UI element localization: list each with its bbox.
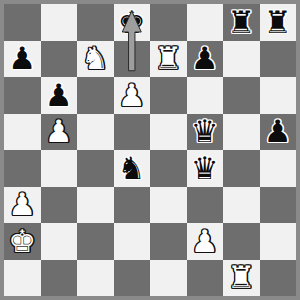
square-h6[interactable] (260, 77, 297, 114)
chess-diagram: ♚♜♜♟♞♜♟♟♟♟♛♟♞♛♟♚♟♜ (0, 0, 300, 300)
square-b5[interactable]: ♟ (41, 114, 78, 151)
piece-white-pawn[interactable]: ♟ (191, 226, 219, 257)
square-e2[interactable] (150, 223, 187, 260)
piece-black-pawn[interactable]: ♟ (8, 43, 36, 74)
square-g3[interactable] (223, 187, 260, 224)
square-f4[interactable]: ♛ (187, 150, 224, 187)
square-d7[interactable] (114, 41, 151, 78)
square-a6[interactable] (4, 77, 41, 114)
square-b8[interactable] (41, 4, 78, 41)
square-d5[interactable] (114, 114, 151, 151)
square-d8[interactable]: ♚ (114, 4, 151, 41)
square-f5[interactable]: ♛ (187, 114, 224, 151)
piece-white-rook[interactable]: ♜ (154, 43, 182, 74)
square-e8[interactable] (150, 4, 187, 41)
piece-black-king[interactable]: ♚ (118, 7, 146, 38)
square-f7[interactable]: ♟ (187, 41, 224, 78)
piece-black-pawn[interactable]: ♟ (45, 80, 73, 111)
square-c1[interactable] (77, 260, 114, 297)
square-a3[interactable]: ♟ (4, 187, 41, 224)
square-f1[interactable] (187, 260, 224, 297)
square-b6[interactable]: ♟ (41, 77, 78, 114)
square-a5[interactable] (4, 114, 41, 151)
square-b4[interactable] (41, 150, 78, 187)
chess-board: ♚♜♜♟♞♜♟♟♟♟♛♟♞♛♟♚♟♜ (4, 4, 296, 296)
square-h7[interactable] (260, 41, 297, 78)
piece-black-rook[interactable]: ♜ (264, 7, 292, 38)
square-g8[interactable]: ♜ (223, 4, 260, 41)
square-c6[interactable] (77, 77, 114, 114)
square-g7[interactable] (223, 41, 260, 78)
square-c8[interactable] (77, 4, 114, 41)
square-e7[interactable]: ♜ (150, 41, 187, 78)
square-b3[interactable] (41, 187, 78, 224)
square-h4[interactable] (260, 150, 297, 187)
square-e1[interactable] (150, 260, 187, 297)
piece-black-queen[interactable]: ♛ (191, 153, 219, 184)
square-a7[interactable]: ♟ (4, 41, 41, 78)
square-e3[interactable] (150, 187, 187, 224)
square-f8[interactable] (187, 4, 224, 41)
square-a8[interactable] (4, 4, 41, 41)
square-g2[interactable] (223, 223, 260, 260)
piece-white-pawn[interactable]: ♟ (118, 80, 146, 111)
piece-black-pawn[interactable]: ♟ (191, 43, 219, 74)
square-d2[interactable] (114, 223, 151, 260)
square-c5[interactable] (77, 114, 114, 151)
square-f6[interactable] (187, 77, 224, 114)
square-h2[interactable] (260, 223, 297, 260)
square-d1[interactable] (114, 260, 151, 297)
square-g5[interactable] (223, 114, 260, 151)
square-c2[interactable] (77, 223, 114, 260)
square-b7[interactable] (41, 41, 78, 78)
square-h3[interactable] (260, 187, 297, 224)
piece-white-king[interactable]: ♚ (8, 226, 36, 257)
square-e4[interactable] (150, 150, 187, 187)
square-a4[interactable] (4, 150, 41, 187)
square-c3[interactable] (77, 187, 114, 224)
square-g4[interactable] (223, 150, 260, 187)
piece-white-pawn[interactable]: ♟ (8, 189, 36, 220)
square-a1[interactable] (4, 260, 41, 297)
piece-black-queen[interactable]: ♛ (191, 116, 219, 147)
square-g1[interactable]: ♜ (223, 260, 260, 297)
square-g6[interactable] (223, 77, 260, 114)
square-e6[interactable] (150, 77, 187, 114)
square-f2[interactable]: ♟ (187, 223, 224, 260)
square-c7[interactable]: ♞ (77, 41, 114, 78)
piece-white-pawn[interactable]: ♟ (45, 116, 73, 147)
square-d3[interactable] (114, 187, 151, 224)
square-d4[interactable]: ♞ (114, 150, 151, 187)
piece-white-knight[interactable]: ♞ (81, 43, 109, 74)
square-f3[interactable] (187, 187, 224, 224)
square-h5[interactable]: ♟ (260, 114, 297, 151)
square-c4[interactable] (77, 150, 114, 187)
piece-black-knight[interactable]: ♞ (118, 153, 146, 184)
square-h8[interactable]: ♜ (260, 4, 297, 41)
square-e5[interactable] (150, 114, 187, 151)
piece-white-rook[interactable]: ♜ (227, 262, 255, 293)
square-b2[interactable] (41, 223, 78, 260)
square-d6[interactable]: ♟ (114, 77, 151, 114)
square-a2[interactable]: ♚ (4, 223, 41, 260)
square-b1[interactable] (41, 260, 78, 297)
piece-black-pawn[interactable]: ♟ (264, 116, 292, 147)
piece-black-rook[interactable]: ♜ (227, 7, 255, 38)
square-h1[interactable] (260, 260, 297, 297)
